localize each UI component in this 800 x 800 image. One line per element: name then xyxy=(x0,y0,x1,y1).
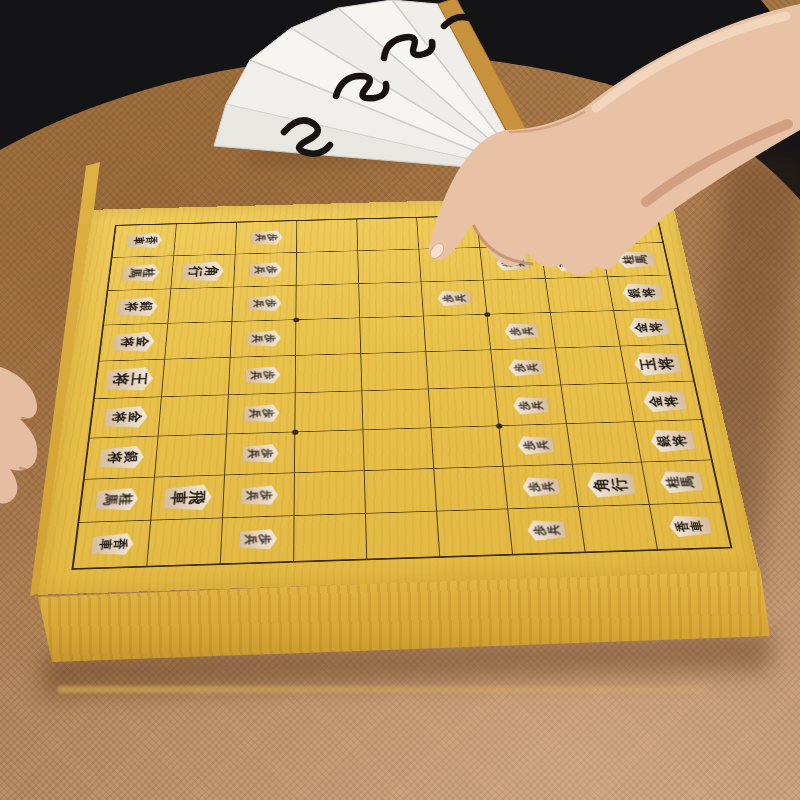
piece-west-歩兵: 歩兵 xyxy=(243,401,279,426)
piece-west-歩兵: 歩兵 xyxy=(247,292,281,314)
cell-r8c7: 歩兵 xyxy=(504,465,579,510)
cell-r9c7: 歩兵 xyxy=(508,507,585,554)
cell-r2c9: 桂馬 xyxy=(602,243,670,277)
piece-east-金将: 金将 xyxy=(627,313,672,341)
piece-east-歩兵: 歩兵 xyxy=(436,287,471,309)
piece-east-銀将: 銀将 xyxy=(648,425,697,457)
cell-r4c2 xyxy=(165,322,232,360)
cell-r1c8 xyxy=(536,213,601,246)
piece-west-王将: 王将 xyxy=(105,362,154,395)
cell-r3c6: 歩兵 xyxy=(421,280,487,316)
piece-east-歩兵: 歩兵 xyxy=(525,516,566,545)
piece-east-玉将: 玉将 xyxy=(631,347,682,380)
cell-r4c4 xyxy=(296,318,361,356)
cell-r9c4 xyxy=(294,514,367,561)
cell-r1c4 xyxy=(297,219,358,252)
cell-r4c1: 金将 xyxy=(99,324,168,362)
piece-west-金将: 金将 xyxy=(112,328,155,357)
cell-r6c3: 歩兵 xyxy=(227,393,296,434)
hoshi-dot xyxy=(496,423,503,428)
piece-west-歩兵: 歩兵 xyxy=(246,327,281,350)
piece-west-飛車: 飛車 xyxy=(163,479,212,516)
cell-r6c1: 金将 xyxy=(90,397,162,438)
cell-r1c6 xyxy=(417,216,480,249)
cell-r7c7: 歩兵 xyxy=(499,424,573,467)
piece-west-歩兵: 歩兵 xyxy=(249,259,282,280)
cell-r2c6 xyxy=(419,248,483,282)
cell-r8c8: 角行 xyxy=(573,462,650,507)
piece-east-歩兵: 歩兵 xyxy=(516,432,555,458)
cell-r8c2: 飛車 xyxy=(151,475,225,520)
piece-west-銀将: 銀将 xyxy=(116,293,158,320)
piece-west-銀将: 銀将 xyxy=(98,441,144,474)
cell-r5c3: 歩兵 xyxy=(229,356,296,395)
cell-r7c8 xyxy=(567,422,642,465)
cell-r8c5 xyxy=(365,469,437,514)
cell-r1c5 xyxy=(357,218,419,251)
piece-west-歩兵: 歩兵 xyxy=(238,525,277,554)
cell-r7c3: 歩兵 xyxy=(225,432,295,475)
cell-r8c4 xyxy=(295,471,366,516)
cell-r8c1: 桂馬 xyxy=(79,477,155,522)
cell-r1c2 xyxy=(174,223,237,256)
cell-r8c6 xyxy=(434,467,508,512)
cell-r9c8 xyxy=(579,505,658,552)
cell-r3c1: 銀将 xyxy=(104,289,171,325)
cell-r2c4 xyxy=(297,251,359,286)
cell-r7c6 xyxy=(431,426,503,469)
cell-r3c9: 銀将 xyxy=(608,275,677,311)
piece-east-歩兵: 歩兵 xyxy=(520,473,560,500)
cell-r7c5 xyxy=(363,428,434,471)
piece-east-飛車: 飛車 xyxy=(551,247,596,275)
cell-r3c5 xyxy=(359,282,424,318)
cell-r1c1: 香車 xyxy=(112,224,176,257)
cell-r6c7: 歩兵 xyxy=(495,385,567,426)
cell-r8c3: 歩兵 xyxy=(223,473,295,518)
piece-east-角行: 角行 xyxy=(585,466,637,502)
cell-r4c6 xyxy=(424,315,491,352)
cell-r4c8 xyxy=(551,311,621,348)
piece-east-香車: 香車 xyxy=(610,217,648,238)
cell-r9c6 xyxy=(437,509,513,556)
cell-r7c2 xyxy=(155,434,227,477)
shogi-board: 香車歩兵歩兵香車桂馬角行歩兵歩兵飛車桂馬銀将歩兵歩兵銀将金将歩兵歩兵金将王将歩兵… xyxy=(38,195,759,595)
piece-west-香車: 香車 xyxy=(126,230,163,252)
folding-fan xyxy=(0,0,800,220)
table-reflection-streak xyxy=(58,686,706,693)
piece-west-桂馬: 桂馬 xyxy=(121,261,160,285)
piece-west-金将: 金将 xyxy=(103,402,148,433)
piece-west-角行: 角行 xyxy=(182,257,225,285)
cell-r5c2 xyxy=(162,358,231,397)
cell-r9c3: 歩兵 xyxy=(221,516,295,563)
cell-r2c7: 歩兵 xyxy=(480,246,546,280)
cell-r1c3: 歩兵 xyxy=(236,221,298,254)
piece-east-歩兵: 歩兵 xyxy=(503,320,540,343)
cell-r3c4 xyxy=(296,284,360,320)
piece-east-香車: 香車 xyxy=(666,510,712,540)
cell-r3c2 xyxy=(168,287,234,323)
cell-r6c8 xyxy=(561,383,634,424)
cell-r2c8: 飛車 xyxy=(541,244,608,278)
cell-r9c5 xyxy=(366,511,440,558)
cell-r7c1: 銀将 xyxy=(85,436,159,479)
piece-west-歩兵: 歩兵 xyxy=(250,227,283,247)
cell-r4c5 xyxy=(360,316,426,354)
cell-r2c1: 桂馬 xyxy=(108,256,174,291)
piece-west-歩兵: 歩兵 xyxy=(240,481,278,509)
piece-west-歩兵: 歩兵 xyxy=(244,363,279,387)
cell-r4c7: 歩兵 xyxy=(487,313,556,350)
cell-r5c7: 歩兵 xyxy=(491,348,561,387)
cell-r6c2 xyxy=(158,395,228,436)
scene: 香車歩兵歩兵香車桂馬角行歩兵歩兵飛車桂馬銀将歩兵歩兵銀将金将歩兵歩兵金将王将歩兵… xyxy=(0,0,800,800)
cell-r8c9: 桂馬 xyxy=(642,460,720,504)
cell-r6c5 xyxy=(362,389,431,430)
cell-r5c8 xyxy=(556,346,627,385)
piece-west-香車: 香車 xyxy=(90,529,134,560)
cell-r9c9: 香車 xyxy=(650,503,730,550)
cell-r6c6 xyxy=(429,387,500,428)
piece-east-歩兵: 歩兵 xyxy=(511,393,549,418)
cell-r1c9: 香車 xyxy=(596,212,662,245)
cell-r7c9: 銀将 xyxy=(635,420,711,462)
board-grid: 香車歩兵歩兵香車桂馬角行歩兵歩兵飛車桂馬銀将歩兵歩兵銀将金将歩兵歩兵金将王将歩兵… xyxy=(71,210,732,569)
cell-r5c5 xyxy=(361,352,429,391)
cell-r5c4 xyxy=(296,354,363,393)
piece-east-桂馬: 桂馬 xyxy=(615,247,656,271)
cell-r6c9: 金将 xyxy=(627,381,701,422)
cell-r7c4 xyxy=(295,430,365,473)
piece-east-桂馬: 桂馬 xyxy=(657,466,705,497)
piece-east-歩兵: 歩兵 xyxy=(507,355,544,379)
piece-east-歩兵: 歩兵 xyxy=(495,252,530,273)
cell-r5c9: 玉将 xyxy=(621,344,694,383)
cell-r2c2: 角行 xyxy=(171,254,235,289)
cell-r9c1: 香車 xyxy=(74,521,152,569)
cell-r3c3: 歩兵 xyxy=(232,286,296,322)
piece-east-銀将: 銀将 xyxy=(620,279,664,306)
cell-r4c3: 歩兵 xyxy=(231,320,297,358)
cell-r5c6 xyxy=(426,350,495,389)
hoshi-dot xyxy=(484,312,490,317)
cell-r4c9: 金将 xyxy=(614,309,685,346)
cell-r2c5 xyxy=(358,249,421,284)
cell-r1c7: 歩兵 xyxy=(477,215,541,248)
piece-west-桂馬: 桂馬 xyxy=(94,484,139,516)
cell-r5c1: 王将 xyxy=(95,360,165,400)
board-surface: 香車歩兵歩兵香車桂馬角行歩兵歩兵飛車桂馬銀将歩兵歩兵銀将金将歩兵歩兵金将王将歩兵… xyxy=(38,195,759,595)
cell-r6c4 xyxy=(295,391,363,432)
piece-east-金将: 金将 xyxy=(641,386,688,417)
piece-east-歩兵: 歩兵 xyxy=(491,221,525,241)
cell-r3c7 xyxy=(484,279,551,315)
cell-r3c8 xyxy=(546,277,614,313)
cell-r9c2 xyxy=(147,518,223,565)
cell-r2c3: 歩兵 xyxy=(234,253,297,288)
piece-west-歩兵: 歩兵 xyxy=(241,440,278,466)
